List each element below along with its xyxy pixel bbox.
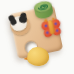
- cat-eye-patch-right-icon: [18, 15, 26, 22]
- chick-body: [26, 46, 50, 67]
- toy-puzzle-photo: [0, 0, 74, 74]
- chick-piece[interactable]: [26, 46, 50, 67]
- butterfly-piece[interactable]: [40, 17, 62, 38]
- butterfly-antenna-right-icon: [51, 17, 54, 20]
- snail-piece[interactable]: [32, 0, 53, 20]
